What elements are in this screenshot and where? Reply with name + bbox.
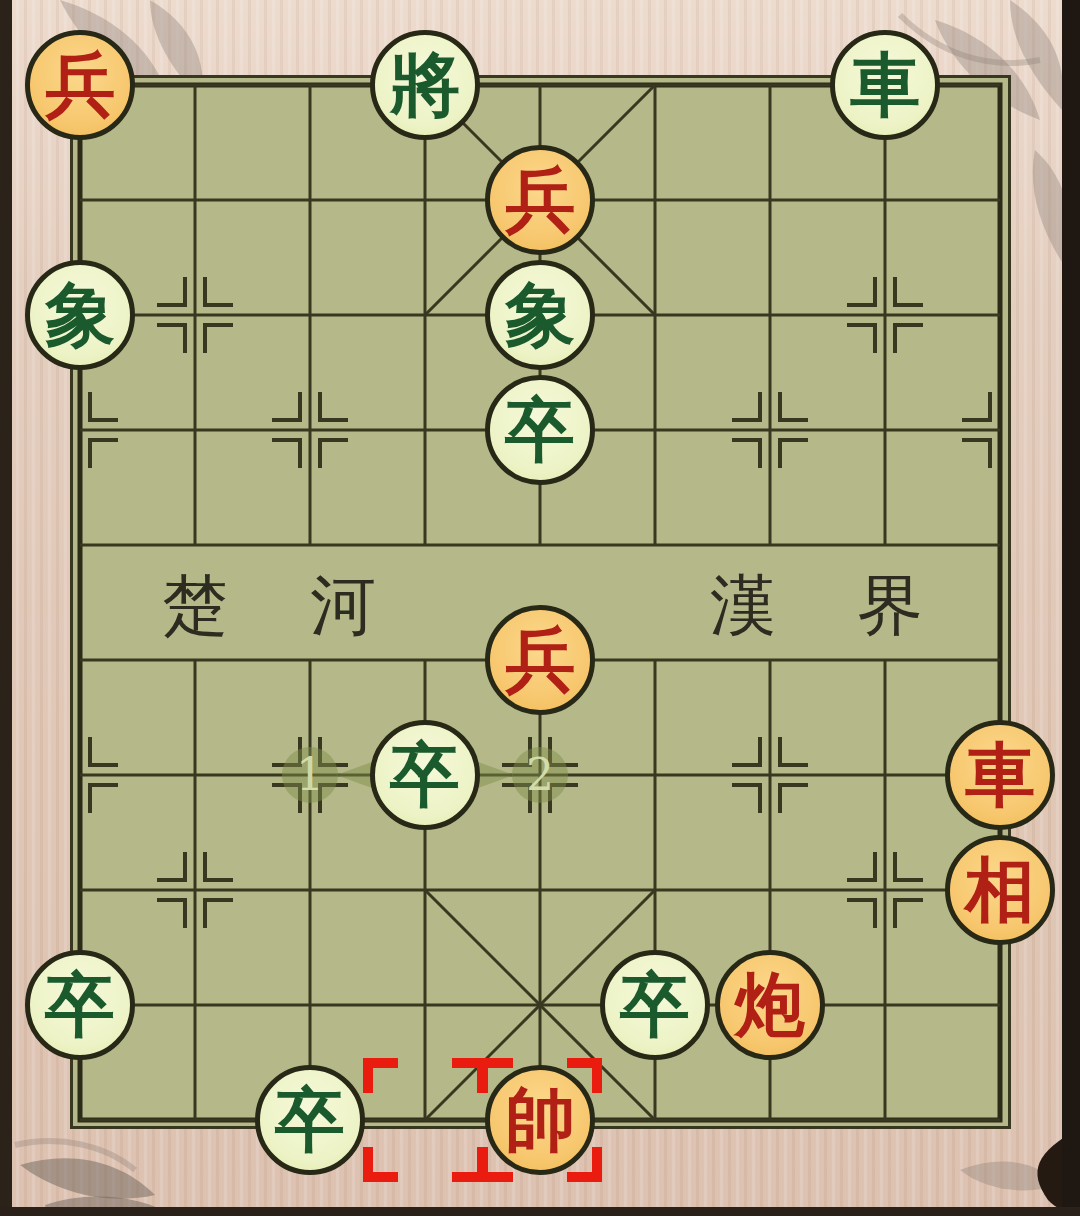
piece-green-soldier-d[interactable]: 卒 (600, 950, 710, 1060)
piece-green-soldier-a[interactable]: 卒 (485, 375, 595, 485)
piece-character: 車 (850, 50, 920, 120)
piece-character: 將 (390, 50, 460, 120)
dark-edge-left (0, 0, 12, 1216)
piece-grid: 兵將車兵象象卒兵卒車相卒卒炮卒帥 (23, 28, 1058, 1178)
piece-red-soldier-a[interactable]: 兵 (25, 30, 135, 140)
piece-green-soldier-c[interactable]: 卒 (25, 950, 135, 1060)
piece-character: 炮 (735, 970, 805, 1040)
piece-green-soldier-b-selected[interactable]: 卒 (370, 720, 480, 830)
piece-red-soldier-b[interactable]: 兵 (485, 145, 595, 255)
piece-character: 象 (505, 280, 575, 350)
piece-character: 卒 (390, 740, 460, 810)
dark-edge-bottom (0, 1207, 1080, 1216)
piece-character: 卒 (275, 1085, 345, 1155)
piece-red-elephant[interactable]: 相 (945, 835, 1055, 945)
piece-red-soldier-c[interactable]: 兵 (485, 605, 595, 715)
piece-character: 卒 (45, 970, 115, 1040)
piece-green-elephant-a[interactable]: 象 (25, 260, 135, 370)
piece-green-elephant-b[interactable]: 象 (485, 260, 595, 370)
piece-character: 帥 (505, 1085, 575, 1155)
piece-character: 象 (45, 280, 115, 350)
piece-green-soldier-e[interactable]: 卒 (255, 1065, 365, 1175)
piece-red-general[interactable]: 帥 (485, 1065, 595, 1175)
piece-green-chariot[interactable]: 車 (830, 30, 940, 140)
piece-red-cannon[interactable]: 炮 (715, 950, 825, 1060)
xiangqi-app: { "game": "xiangqi", "position": { "fen"… (0, 0, 1080, 1216)
piece-character: 相 (965, 855, 1035, 925)
piece-character: 卒 (620, 970, 690, 1040)
piece-character: 卒 (505, 395, 575, 465)
piece-character: 兵 (45, 50, 115, 120)
piece-red-chariot[interactable]: 車 (945, 720, 1055, 830)
piece-character: 兵 (505, 165, 575, 235)
piece-character: 車 (965, 740, 1035, 810)
dark-edge-right (1062, 0, 1080, 1216)
piece-green-general[interactable]: 將 (370, 30, 480, 140)
piece-character: 兵 (505, 625, 575, 695)
